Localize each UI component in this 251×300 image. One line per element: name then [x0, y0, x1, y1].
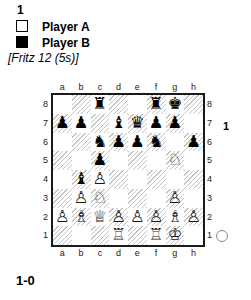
- square-f7[interactable]: ♟: [147, 114, 166, 133]
- white-piece-P-g3: ♙: [167, 189, 182, 208]
- black-piece-R-c8: ♜: [92, 95, 107, 114]
- white-piece-K-g1: ♔: [167, 226, 182, 245]
- rank-label-8: 8: [38, 95, 48, 114]
- white-color-swatch-icon: [16, 20, 28, 32]
- square-f4[interactable]: [147, 170, 166, 189]
- square-d3[interactable]: [109, 189, 128, 208]
- square-a8[interactable]: [53, 95, 72, 114]
- black-piece-N-f6: ♞: [149, 133, 164, 152]
- square-c5[interactable]: ♟: [91, 151, 110, 170]
- square-b3[interactable]: ♙: [72, 189, 91, 208]
- file-label-c: c: [91, 82, 110, 92]
- black-piece-K-g8: ♚: [167, 95, 182, 114]
- file-label-g: g: [166, 82, 185, 92]
- square-b4[interactable]: ♝: [72, 170, 91, 189]
- rank-labels-left: 87654321: [38, 95, 48, 245]
- square-c2[interactable]: ♕: [91, 208, 110, 227]
- black-piece-P-h6: ♟: [186, 133, 201, 152]
- square-b8[interactable]: [72, 95, 91, 114]
- square-b1[interactable]: [72, 226, 91, 245]
- square-a1[interactable]: [53, 226, 72, 245]
- file-label-f: f: [147, 248, 166, 258]
- square-d4[interactable]: [109, 170, 128, 189]
- rank-label-1: 1: [38, 226, 48, 245]
- square-e4[interactable]: [128, 170, 147, 189]
- white-piece-N-c3: ♘: [92, 189, 107, 208]
- black-piece-N-c6: ♞: [92, 133, 107, 152]
- square-d8[interactable]: [109, 95, 128, 114]
- square-f1[interactable]: ♖: [147, 226, 166, 245]
- square-d5[interactable]: [109, 151, 128, 170]
- square-e3[interactable]: [128, 189, 147, 208]
- engine-annotation: [Fritz 12 (5s)]: [8, 51, 79, 65]
- game-number: 1: [17, 3, 24, 17]
- white-player-name: Player A: [42, 20, 90, 34]
- square-h3[interactable]: [184, 189, 203, 208]
- square-g2[interactable]: ♗: [166, 208, 185, 227]
- white-piece-B-b2: ♗: [74, 208, 89, 227]
- black-piece-P-b7: ♟: [74, 114, 89, 133]
- square-a5[interactable]: [53, 151, 72, 170]
- square-e7[interactable]: ♛: [128, 114, 147, 133]
- rank-label-2: 2: [38, 208, 48, 227]
- rank-label-5: 5: [207, 151, 217, 170]
- white-piece-B-g2: ♗: [167, 208, 182, 227]
- square-c3[interactable]: ♘: [91, 189, 110, 208]
- rank-label-3: 3: [207, 189, 217, 208]
- black-piece-R-f8: ♜: [149, 95, 164, 114]
- rank-label-6: 6: [38, 133, 48, 152]
- move-number-marker: 1: [223, 120, 229, 132]
- white-piece-P-d2: ♙: [111, 208, 126, 227]
- square-h8[interactable]: [184, 95, 203, 114]
- rank-label-5: 5: [38, 151, 48, 170]
- square-d7[interactable]: ♝: [109, 114, 128, 133]
- file-label-h: h: [184, 248, 203, 258]
- square-h6[interactable]: ♟: [184, 133, 203, 152]
- black-piece-P-c5: ♟: [92, 151, 107, 170]
- black-piece-P-d6: ♟: [111, 133, 126, 152]
- file-label-a: a: [53, 82, 72, 92]
- white-piece-R-f1: ♖: [149, 226, 164, 245]
- game-result: 1-0: [16, 273, 35, 288]
- square-d1[interactable]: ♖: [109, 226, 128, 245]
- rank-labels-right: 87654321: [207, 95, 217, 245]
- rank-label-4: 4: [38, 170, 48, 189]
- file-label-f: f: [147, 82, 166, 92]
- square-d6[interactable]: ♟: [109, 133, 128, 152]
- chess-board[interactable]: ♜♜♚♟♟♝♛♟♟♞♟♟♞♟♟♘♝♙♙♘♙♙♗♕♙♙♙♗♙♖♖♔: [51, 93, 205, 247]
- square-h5[interactable]: [184, 151, 203, 170]
- file-label-b: b: [72, 82, 91, 92]
- black-piece-Q-e7: ♛: [130, 114, 145, 133]
- square-h2[interactable]: ♙: [184, 208, 203, 227]
- black-piece-B-b4: ♝: [74, 170, 89, 189]
- file-labels-bottom: abcdefgh: [53, 248, 203, 258]
- black-piece-P-f7: ♟: [149, 114, 164, 133]
- rank-label-7: 7: [207, 114, 217, 133]
- square-h4[interactable]: [184, 170, 203, 189]
- square-g8[interactable]: ♚: [166, 95, 185, 114]
- square-b5[interactable]: [72, 151, 91, 170]
- square-f2[interactable]: ♙: [147, 208, 166, 227]
- white-piece-P-f2: ♙: [149, 208, 164, 227]
- square-g6[interactable]: [166, 133, 185, 152]
- square-f8[interactable]: ♜: [147, 95, 166, 114]
- square-d2[interactable]: ♙: [109, 208, 128, 227]
- black-player-name: Player B: [42, 36, 90, 50]
- file-label-e: e: [128, 248, 147, 258]
- file-label-a: a: [53, 248, 72, 258]
- white-piece-N-g5: ♘: [167, 151, 182, 170]
- rank-label-2: 2: [207, 208, 217, 227]
- file-label-g: g: [166, 248, 185, 258]
- white-piece-P-h2: ♙: [186, 208, 201, 227]
- file-label-d: d: [109, 82, 128, 92]
- white-piece-P-c4: ♙: [92, 170, 107, 189]
- square-c7[interactable]: [91, 114, 110, 133]
- white-to-move-circle-icon: [216, 230, 228, 242]
- white-piece-R-d1: ♖: [111, 226, 126, 245]
- rank-label-3: 3: [38, 189, 48, 208]
- square-e1[interactable]: [128, 226, 147, 245]
- square-h1[interactable]: [184, 226, 203, 245]
- rank-label-7: 7: [38, 114, 48, 133]
- square-g7[interactable]: ♟: [166, 114, 185, 133]
- square-g3[interactable]: ♙: [166, 189, 185, 208]
- white-piece-Q-c2: ♕: [92, 208, 107, 227]
- white-piece-P-b3: ♙: [74, 189, 89, 208]
- square-a6[interactable]: [53, 133, 72, 152]
- square-c6[interactable]: ♞: [91, 133, 110, 152]
- black-piece-P-e6: ♟: [130, 133, 145, 152]
- square-a3[interactable]: [53, 189, 72, 208]
- square-f3[interactable]: [147, 189, 166, 208]
- file-label-b: b: [72, 248, 91, 258]
- file-label-d: d: [109, 248, 128, 258]
- square-e5[interactable]: [128, 151, 147, 170]
- black-piece-P-a7: ♟: [55, 114, 70, 133]
- file-labels-top: abcdefgh: [53, 82, 203, 92]
- square-a2[interactable]: ♙: [53, 208, 72, 227]
- black-color-swatch-icon: [16, 36, 28, 48]
- square-b6[interactable]: [72, 133, 91, 152]
- rank-label-4: 4: [207, 170, 217, 189]
- square-e6[interactable]: ♟: [128, 133, 147, 152]
- black-piece-P-g7: ♟: [167, 114, 182, 133]
- square-g4[interactable]: [166, 170, 185, 189]
- square-f6[interactable]: ♞: [147, 133, 166, 152]
- diagram-page: 1 Player A Player B [Fritz 12 (5s)] abcd…: [0, 0, 251, 300]
- square-c1[interactable]: [91, 226, 110, 245]
- white-piece-P-a2: ♙: [55, 208, 70, 227]
- file-label-h: h: [184, 82, 203, 92]
- square-a7[interactable]: ♟: [53, 114, 72, 133]
- square-c4[interactable]: ♙: [91, 170, 110, 189]
- square-g5[interactable]: ♘: [166, 151, 185, 170]
- rank-label-8: 8: [207, 95, 217, 114]
- square-b7[interactable]: ♟: [72, 114, 91, 133]
- square-h7[interactable]: [184, 114, 203, 133]
- rank-label-6: 6: [207, 133, 217, 152]
- square-g1[interactable]: ♔: [166, 226, 185, 245]
- square-f5[interactable]: [147, 151, 166, 170]
- square-e2[interactable]: ♙: [128, 208, 147, 227]
- white-piece-P-e2: ♙: [130, 208, 145, 227]
- square-a4[interactable]: [53, 170, 72, 189]
- file-label-c: c: [91, 248, 110, 258]
- square-b2[interactable]: ♗: [72, 208, 91, 227]
- square-e8[interactable]: [128, 95, 147, 114]
- square-c8[interactable]: ♜: [91, 95, 110, 114]
- file-label-e: e: [128, 82, 147, 92]
- black-piece-B-d7: ♝: [111, 114, 126, 133]
